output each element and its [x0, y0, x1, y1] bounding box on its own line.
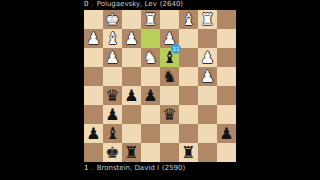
square-e1[interactable]: ♜ — [141, 10, 160, 29]
square-d8[interactable] — [160, 143, 179, 162]
square-g5[interactable]: ♛ — [103, 86, 122, 105]
square-c5[interactable] — [179, 86, 198, 105]
square-e8[interactable] — [141, 143, 160, 162]
square-a1[interactable] — [217, 10, 236, 29]
piece-white-rook: ♜ — [143, 10, 157, 29]
piece-white-king: ♚ — [105, 10, 119, 29]
square-g3[interactable]: ♟ — [103, 48, 122, 67]
piece-black-pawn: ♟ — [219, 124, 233, 143]
board-area: ♚♜♝♜♟♝♟♟♟♞♝♟♞♟♛♟♟♟♛♟♝♟♚♜♜ 21 — [84, 10, 236, 162]
square-a5[interactable] — [217, 86, 236, 105]
player-top-rating: (2640) — [160, 0, 183, 9]
square-d6[interactable]: ♛ — [160, 105, 179, 124]
square-c4[interactable] — [179, 67, 198, 86]
piece-white-bishop: ♝ — [181, 10, 195, 29]
piece-black-queen: ♛ — [162, 105, 176, 124]
square-e7[interactable] — [141, 124, 160, 143]
square-b8[interactable] — [198, 143, 217, 162]
square-a2[interactable] — [217, 29, 236, 48]
square-b1[interactable]: ♜ — [198, 10, 217, 29]
square-g8[interactable]: ♚ — [103, 143, 122, 162]
square-f8[interactable]: ♜ — [122, 143, 141, 162]
square-h8[interactable] — [84, 143, 103, 162]
piece-white-pawn: ♟ — [124, 29, 138, 48]
move-number-badge: 21 — [171, 44, 181, 54]
square-a3[interactable] — [217, 48, 236, 67]
player-bottom-rating: (2590) — [162, 164, 185, 173]
square-f3[interactable] — [122, 48, 141, 67]
square-b7[interactable] — [198, 124, 217, 143]
square-h2[interactable]: ♟ — [84, 29, 103, 48]
app-window: 0 . Polugaevsky, Lev (2640) ♚♜♝♜♟♝♟♟♟♞♝♟… — [0, 0, 320, 180]
chess-board: ♚♜♝♜♟♝♟♟♟♞♝♟♞♟♛♟♟♟♛♟♝♟♚♜♜ — [84, 10, 236, 162]
square-a8[interactable] — [217, 143, 236, 162]
player-bottom-separator: . — [91, 164, 93, 173]
square-e5[interactable]: ♟ — [141, 86, 160, 105]
square-g4[interactable] — [103, 67, 122, 86]
square-a6[interactable] — [217, 105, 236, 124]
square-g7[interactable]: ♝ — [103, 124, 122, 143]
square-a4[interactable] — [217, 67, 236, 86]
piece-black-rook: ♜ — [181, 143, 195, 162]
square-c3[interactable] — [179, 48, 198, 67]
piece-white-pawn: ♟ — [200, 48, 214, 67]
square-h6[interactable] — [84, 105, 103, 124]
piece-black-queen: ♛ — [105, 86, 119, 105]
piece-white-knight: ♞ — [143, 48, 157, 67]
piece-white-rook: ♜ — [200, 10, 214, 29]
piece-black-pawn: ♟ — [124, 86, 138, 105]
square-f4[interactable] — [122, 67, 141, 86]
square-h1[interactable] — [84, 10, 103, 29]
piece-black-king: ♚ — [105, 143, 119, 162]
square-b4[interactable]: ♟ — [198, 67, 217, 86]
square-e2[interactable] — [141, 29, 160, 48]
piece-black-pawn: ♟ — [143, 86, 157, 105]
player-bottom-result: 1 — [84, 164, 88, 173]
square-a7[interactable]: ♟ — [217, 124, 236, 143]
square-c2[interactable] — [179, 29, 198, 48]
square-d4[interactable]: ♞ — [160, 67, 179, 86]
piece-black-rook: ♜ — [124, 143, 138, 162]
square-d7[interactable] — [160, 124, 179, 143]
piece-black-pawn: ♟ — [86, 124, 100, 143]
square-h4[interactable] — [84, 67, 103, 86]
square-g1[interactable]: ♚ — [103, 10, 122, 29]
square-e3[interactable]: ♞ — [141, 48, 160, 67]
square-b5[interactable] — [198, 86, 217, 105]
player-bottom-name: Bronstein, David I — [97, 164, 159, 173]
square-f7[interactable] — [122, 124, 141, 143]
square-e6[interactable] — [141, 105, 160, 124]
player-top-name: Polugaevsky, Lev — [97, 0, 157, 9]
square-e4[interactable] — [141, 67, 160, 86]
square-b2[interactable] — [198, 29, 217, 48]
square-b6[interactable] — [198, 105, 217, 124]
square-g2[interactable]: ♝ — [103, 29, 122, 48]
piece-black-bishop: ♝ — [105, 124, 119, 143]
square-d5[interactable] — [160, 86, 179, 105]
player-bottom-bar: 1 . Bronstein, David I (2590) — [84, 164, 264, 173]
square-g6[interactable]: ♟ — [103, 105, 122, 124]
piece-black-pawn: ♟ — [105, 105, 119, 124]
player-top-result: 0 — [84, 0, 88, 9]
square-f6[interactable] — [122, 105, 141, 124]
square-c8[interactable]: ♜ — [179, 143, 198, 162]
square-c6[interactable] — [179, 105, 198, 124]
piece-white-pawn: ♟ — [200, 67, 214, 86]
square-b3[interactable]: ♟ — [198, 48, 217, 67]
square-d1[interactable] — [160, 10, 179, 29]
piece-white-bishop: ♝ — [105, 29, 119, 48]
piece-white-pawn: ♟ — [86, 29, 100, 48]
player-top-separator: . — [91, 0, 93, 9]
square-c7[interactable] — [179, 124, 198, 143]
piece-white-pawn: ♟ — [105, 48, 119, 67]
square-f5[interactable]: ♟ — [122, 86, 141, 105]
square-c1[interactable]: ♝ — [179, 10, 198, 29]
square-h3[interactable] — [84, 48, 103, 67]
square-f2[interactable]: ♟ — [122, 29, 141, 48]
piece-black-knight: ♞ — [162, 67, 176, 86]
player-top-bar: 0 . Polugaevsky, Lev (2640) — [84, 0, 264, 9]
square-h5[interactable] — [84, 86, 103, 105]
square-h7[interactable]: ♟ — [84, 124, 103, 143]
square-f1[interactable] — [122, 10, 141, 29]
